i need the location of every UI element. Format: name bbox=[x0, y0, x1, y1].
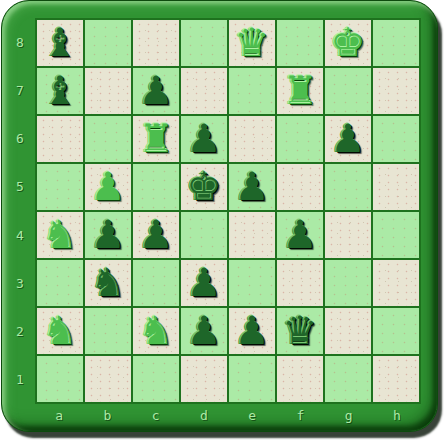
square-g2[interactable] bbox=[325, 308, 371, 354]
square-g3[interactable] bbox=[325, 260, 371, 306]
square-c5[interactable] bbox=[133, 164, 179, 210]
square-d1[interactable] bbox=[181, 356, 227, 402]
file-label-e: e bbox=[228, 403, 276, 427]
square-c7[interactable]: ♟ bbox=[133, 68, 179, 114]
piece-black-pawn-b4[interactable]: ♟ bbox=[91, 213, 126, 257]
square-f3[interactable] bbox=[277, 260, 323, 306]
rank-label-6: 6 bbox=[7, 115, 33, 163]
square-e1[interactable] bbox=[229, 356, 275, 402]
piece-black-pawn-c7[interactable]: ♟ bbox=[139, 69, 174, 113]
piece-white-pawn-b5[interactable]: ♟ bbox=[91, 165, 126, 209]
piece-black-king-d5[interactable]: ♚ bbox=[187, 165, 222, 209]
square-g8[interactable]: ♚ bbox=[325, 20, 371, 66]
square-a7[interactable]: ♝ bbox=[37, 68, 83, 114]
square-d5[interactable]: ♚ bbox=[181, 164, 227, 210]
piece-black-bishop-a8[interactable]: ♝ bbox=[43, 21, 78, 65]
square-f7[interactable]: ♜ bbox=[277, 68, 323, 114]
piece-white-rook-f7[interactable]: ♜ bbox=[283, 69, 318, 113]
piece-black-queen-f2[interactable]: ♛ bbox=[283, 309, 318, 353]
square-b4[interactable]: ♟ bbox=[85, 212, 131, 258]
file-label-a: a bbox=[35, 403, 83, 427]
square-e3[interactable] bbox=[229, 260, 275, 306]
piece-black-pawn-g6[interactable]: ♟ bbox=[331, 117, 366, 161]
piece-white-knight-a2[interactable]: ♞ bbox=[43, 309, 78, 353]
rank-label-7: 7 bbox=[7, 66, 33, 114]
file-label-g: g bbox=[325, 403, 373, 427]
square-b8[interactable] bbox=[85, 20, 131, 66]
square-e6[interactable] bbox=[229, 116, 275, 162]
square-c2[interactable]: ♞ bbox=[133, 308, 179, 354]
square-f2[interactable]: ♛ bbox=[277, 308, 323, 354]
square-a6[interactable] bbox=[37, 116, 83, 162]
rank-label-5: 5 bbox=[7, 163, 33, 211]
square-b7[interactable] bbox=[85, 68, 131, 114]
square-a2[interactable]: ♞ bbox=[37, 308, 83, 354]
square-d6[interactable]: ♟ bbox=[181, 116, 227, 162]
square-b1[interactable] bbox=[85, 356, 131, 402]
file-label-h: h bbox=[373, 403, 421, 427]
square-g6[interactable]: ♟ bbox=[325, 116, 371, 162]
square-h7[interactable] bbox=[373, 68, 419, 114]
square-f4[interactable]: ♟ bbox=[277, 212, 323, 258]
square-h6[interactable] bbox=[373, 116, 419, 162]
piece-white-king-g8[interactable]: ♚ bbox=[331, 21, 366, 65]
square-e2[interactable]: ♟ bbox=[229, 308, 275, 354]
piece-black-pawn-d2[interactable]: ♟ bbox=[187, 309, 222, 353]
chess-game-window: 87654321 abcdefgh ♝♛♚♝♟♜♜♟♟♟♚♟♞♟♟♟♞♟♞♞♟♟… bbox=[0, 0, 444, 442]
piece-white-queen-e8[interactable]: ♛ bbox=[235, 21, 270, 65]
piece-black-pawn-e5[interactable]: ♟ bbox=[235, 165, 270, 209]
square-f6[interactable] bbox=[277, 116, 323, 162]
piece-black-pawn-d3[interactable]: ♟ bbox=[187, 261, 222, 305]
piece-black-bishop-a7[interactable]: ♝ bbox=[43, 69, 78, 113]
piece-white-rook-c6[interactable]: ♜ bbox=[139, 117, 174, 161]
square-c4[interactable]: ♟ bbox=[133, 212, 179, 258]
piece-black-pawn-e2[interactable]: ♟ bbox=[235, 309, 270, 353]
square-e4[interactable] bbox=[229, 212, 275, 258]
square-e5[interactable]: ♟ bbox=[229, 164, 275, 210]
rank-label-2: 2 bbox=[7, 308, 33, 356]
square-g4[interactable] bbox=[325, 212, 371, 258]
piece-black-pawn-c4[interactable]: ♟ bbox=[139, 213, 174, 257]
piece-black-knight-b3[interactable]: ♞ bbox=[91, 261, 126, 305]
square-h4[interactable] bbox=[373, 212, 419, 258]
piece-white-knight-a4[interactable]: ♞ bbox=[43, 213, 78, 257]
square-h8[interactable] bbox=[373, 20, 419, 66]
square-h3[interactable] bbox=[373, 260, 419, 306]
square-c1[interactable] bbox=[133, 356, 179, 402]
square-h2[interactable] bbox=[373, 308, 419, 354]
square-a4[interactable]: ♞ bbox=[37, 212, 83, 258]
rank-labels: 87654321 bbox=[7, 18, 33, 404]
square-d4[interactable] bbox=[181, 212, 227, 258]
file-label-b: b bbox=[83, 403, 131, 427]
chess-board: ♝♛♚♝♟♜♜♟♟♟♚♟♞♟♟♟♞♟♞♞♟♟♛ bbox=[35, 18, 421, 404]
square-b2[interactable] bbox=[85, 308, 131, 354]
square-c6[interactable]: ♜ bbox=[133, 116, 179, 162]
square-h5[interactable] bbox=[373, 164, 419, 210]
square-d3[interactable]: ♟ bbox=[181, 260, 227, 306]
piece-white-knight-c2[interactable]: ♞ bbox=[139, 309, 174, 353]
square-e8[interactable]: ♛ bbox=[229, 20, 275, 66]
square-g1[interactable] bbox=[325, 356, 371, 402]
square-d2[interactable]: ♟ bbox=[181, 308, 227, 354]
square-f1[interactable] bbox=[277, 356, 323, 402]
square-a8[interactable]: ♝ bbox=[37, 20, 83, 66]
square-b6[interactable] bbox=[85, 116, 131, 162]
square-g5[interactable] bbox=[325, 164, 371, 210]
file-label-f: f bbox=[276, 403, 324, 427]
rank-label-8: 8 bbox=[7, 18, 33, 66]
square-b3[interactable]: ♞ bbox=[85, 260, 131, 306]
square-d8[interactable] bbox=[181, 20, 227, 66]
file-label-c: c bbox=[132, 403, 180, 427]
board-frame: 87654321 abcdefgh ♝♛♚♝♟♜♜♟♟♟♚♟♞♟♟♟♞♟♞♞♟♟… bbox=[1, 0, 438, 432]
square-f5[interactable] bbox=[277, 164, 323, 210]
square-d7[interactable] bbox=[181, 68, 227, 114]
square-h1[interactable] bbox=[373, 356, 419, 402]
file-labels: abcdefgh bbox=[35, 403, 421, 427]
square-b5[interactable]: ♟ bbox=[85, 164, 131, 210]
square-c8[interactable] bbox=[133, 20, 179, 66]
square-a1[interactable] bbox=[37, 356, 83, 402]
square-a3[interactable] bbox=[37, 260, 83, 306]
piece-black-pawn-d6[interactable]: ♟ bbox=[187, 117, 222, 161]
rank-label-1: 1 bbox=[7, 356, 33, 404]
file-label-d: d bbox=[180, 403, 228, 427]
square-g7[interactable] bbox=[325, 68, 371, 114]
rank-label-3: 3 bbox=[7, 259, 33, 307]
square-a5[interactable] bbox=[37, 164, 83, 210]
rank-label-4: 4 bbox=[7, 211, 33, 259]
square-e7[interactable] bbox=[229, 68, 275, 114]
square-f8[interactable] bbox=[277, 20, 323, 66]
piece-black-pawn-f4[interactable]: ♟ bbox=[283, 213, 318, 257]
square-c3[interactable] bbox=[133, 260, 179, 306]
